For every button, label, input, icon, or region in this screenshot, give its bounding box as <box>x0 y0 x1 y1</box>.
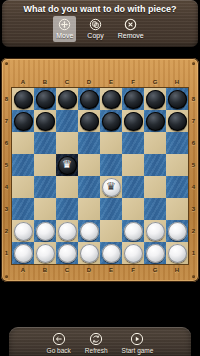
file-label: B <box>34 78 56 86</box>
toolbar: Go back Refresh Start game <box>9 327 191 356</box>
square-b2[interactable] <box>34 220 56 242</box>
file-label: H <box>166 266 188 274</box>
square-g2[interactable] <box>144 220 166 242</box>
square-h8[interactable] <box>166 88 188 110</box>
black-man-piece[interactable] <box>146 90 165 109</box>
checkers-board: ABCDEFGH 87654321 ♛♛ 87654321 ABCDEFGH <box>1 58 199 282</box>
black-man-piece[interactable] <box>80 112 99 131</box>
square-a3[interactable] <box>12 198 34 220</box>
square-b4[interactable] <box>34 176 56 198</box>
nail-top-right <box>192 62 195 65</box>
rank-labels-right: 87654321 <box>188 88 199 264</box>
rank-label: 4 <box>188 176 199 198</box>
square-d2[interactable] <box>78 220 100 242</box>
square-h5[interactable] <box>166 154 188 176</box>
black-king-piece[interactable]: ♛ <box>58 156 77 175</box>
square-h2[interactable] <box>166 220 188 242</box>
square-d7[interactable] <box>78 110 100 132</box>
square-e6[interactable] <box>100 132 122 154</box>
square-b7[interactable] <box>34 110 56 132</box>
square-b3[interactable] <box>34 198 56 220</box>
square-c7[interactable] <box>56 110 78 132</box>
board-squares: ♛♛ <box>12 88 188 264</box>
square-d6[interactable] <box>78 132 100 154</box>
square-g5[interactable] <box>144 154 166 176</box>
move-icon <box>58 18 71 31</box>
nail-top-left <box>5 62 8 65</box>
king-crown-icon: ♛ <box>62 159 72 170</box>
black-man-piece[interactable] <box>146 112 165 131</box>
square-c5[interactable]: ♛ <box>56 154 78 176</box>
play-icon <box>130 332 144 346</box>
rank-label: 6 <box>188 132 199 154</box>
square-a4[interactable] <box>12 176 34 198</box>
square-c3[interactable] <box>56 198 78 220</box>
checkers-app-screen: What do you want to do with piece? Move … <box>0 0 200 356</box>
square-h3[interactable] <box>166 198 188 220</box>
piece-action-dialog: What do you want to do with piece? Move … <box>2 0 198 47</box>
file-label: D <box>78 78 100 86</box>
copy-button-label: Copy <box>87 32 103 39</box>
square-f6[interactable] <box>122 132 144 154</box>
square-b6[interactable] <box>34 132 56 154</box>
start-game-label: Start game <box>122 347 154 354</box>
move-button[interactable]: Move <box>53 16 76 42</box>
file-label: C <box>56 266 78 274</box>
file-labels-top: ABCDEFGH <box>12 78 188 86</box>
square-f7[interactable] <box>122 110 144 132</box>
rank-label: 5 <box>188 154 199 176</box>
file-label: G <box>144 266 166 274</box>
black-man-piece[interactable] <box>102 112 121 131</box>
square-a5[interactable] <box>12 154 34 176</box>
refresh-button[interactable]: Refresh <box>85 332 108 354</box>
square-e7[interactable] <box>100 110 122 132</box>
square-e2[interactable] <box>100 220 122 242</box>
black-man-piece[interactable] <box>36 112 55 131</box>
square-g6[interactable] <box>144 132 166 154</box>
file-label: G <box>144 78 166 86</box>
square-e8[interactable] <box>100 88 122 110</box>
file-label: B <box>34 266 56 274</box>
white-man-piece[interactable] <box>36 244 55 263</box>
black-man-piece[interactable] <box>124 90 143 109</box>
white-man-piece[interactable] <box>146 244 165 263</box>
nail-bottom-left <box>5 275 8 278</box>
dialog-actions: Move Copy Remove <box>2 16 198 42</box>
square-f5[interactable] <box>122 154 144 176</box>
square-c8[interactable] <box>56 88 78 110</box>
square-g7[interactable] <box>144 110 166 132</box>
white-man-piece[interactable] <box>58 244 77 263</box>
rank-label: 8 <box>1 88 12 110</box>
file-label: A <box>12 78 34 86</box>
square-f4[interactable] <box>122 176 144 198</box>
square-a7[interactable] <box>12 110 34 132</box>
file-labels-bottom: ABCDEFGH <box>12 266 188 274</box>
white-man-piece[interactable] <box>80 244 99 263</box>
file-label: E <box>100 78 122 86</box>
rank-label: 3 <box>1 198 12 220</box>
square-f2[interactable] <box>122 220 144 242</box>
black-man-piece[interactable] <box>14 90 33 109</box>
black-man-piece[interactable] <box>168 112 187 131</box>
square-g8[interactable] <box>144 88 166 110</box>
black-man-piece[interactable] <box>36 90 55 109</box>
square-c6[interactable] <box>56 132 78 154</box>
square-d3[interactable] <box>78 198 100 220</box>
nail-bottom-right <box>192 275 195 278</box>
start-game-button[interactable]: Start game <box>122 332 154 354</box>
white-man-piece[interactable] <box>102 244 121 263</box>
white-man-piece[interactable] <box>58 222 77 241</box>
copy-icon <box>89 18 102 31</box>
white-man-piece[interactable] <box>168 244 187 263</box>
black-man-piece[interactable] <box>58 90 77 109</box>
square-a8[interactable] <box>12 88 34 110</box>
square-a6[interactable] <box>12 132 34 154</box>
white-man-piece[interactable] <box>124 222 143 241</box>
square-h7[interactable] <box>166 110 188 132</box>
copy-button[interactable]: Copy <box>84 16 106 42</box>
back-arrow-icon <box>52 332 66 346</box>
file-label: C <box>56 78 78 86</box>
go-back-button[interactable]: Go back <box>47 332 71 354</box>
rank-label: 6 <box>1 132 12 154</box>
square-f3[interactable] <box>122 198 144 220</box>
black-man-piece[interactable] <box>80 90 99 109</box>
square-h4[interactable] <box>166 176 188 198</box>
rank-label: 2 <box>188 220 199 242</box>
black-man-piece[interactable] <box>102 90 121 109</box>
remove-icon <box>124 18 137 31</box>
file-label: F <box>122 266 144 274</box>
file-label: D <box>78 266 100 274</box>
go-back-label: Go back <box>47 347 71 354</box>
rank-label: 7 <box>1 110 12 132</box>
square-c1[interactable] <box>56 242 78 264</box>
black-man-piece[interactable] <box>168 90 187 109</box>
bottom-toolbar-panel: Go back Refresh Start game <box>9 327 191 356</box>
rank-label: 5 <box>1 154 12 176</box>
square-d5[interactable] <box>78 154 100 176</box>
refresh-label: Refresh <box>85 347 108 354</box>
square-e1[interactable] <box>100 242 122 264</box>
rank-label: 8 <box>188 88 199 110</box>
square-d4[interactable] <box>78 176 100 198</box>
rank-label: 2 <box>1 220 12 242</box>
square-h6[interactable] <box>166 132 188 154</box>
black-man-piece[interactable] <box>14 112 33 131</box>
rank-label: 1 <box>1 242 12 264</box>
white-man-piece[interactable] <box>124 244 143 263</box>
dialog-title: What do you want to do with piece? <box>2 0 198 14</box>
square-e4[interactable]: ♛ <box>100 176 122 198</box>
black-man-piece[interactable] <box>124 112 143 131</box>
square-b1[interactable] <box>34 242 56 264</box>
white-man-piece[interactable] <box>146 222 165 241</box>
white-man-piece[interactable] <box>80 222 99 241</box>
square-g3[interactable] <box>144 198 166 220</box>
square-d1[interactable] <box>78 242 100 264</box>
square-e5[interactable] <box>100 154 122 176</box>
file-label: F <box>122 78 144 86</box>
rank-label: 7 <box>188 110 199 132</box>
king-crown-icon: ♛ <box>106 181 116 192</box>
square-g1[interactable] <box>144 242 166 264</box>
square-b8[interactable] <box>34 88 56 110</box>
rank-labels-left: 87654321 <box>1 88 12 264</box>
file-label: E <box>100 266 122 274</box>
refresh-icon <box>89 332 103 346</box>
rank-label: 1 <box>188 242 199 264</box>
white-king-piece[interactable]: ♛ <box>102 178 121 197</box>
square-d8[interactable] <box>78 88 100 110</box>
square-a1[interactable] <box>12 242 34 264</box>
square-c2[interactable] <box>56 220 78 242</box>
white-man-piece[interactable] <box>168 222 187 241</box>
square-f8[interactable] <box>122 88 144 110</box>
remove-button[interactable]: Remove <box>115 16 147 42</box>
square-a2[interactable] <box>12 220 34 242</box>
white-man-piece[interactable] <box>14 222 33 241</box>
square-b5[interactable] <box>34 154 56 176</box>
white-man-piece[interactable] <box>36 222 55 241</box>
move-button-label: Move <box>56 32 73 39</box>
white-man-piece[interactable] <box>14 244 33 263</box>
rank-label: 3 <box>188 198 199 220</box>
square-g4[interactable] <box>144 176 166 198</box>
file-label: A <box>12 266 34 274</box>
square-c4[interactable] <box>56 176 78 198</box>
remove-button-label: Remove <box>118 32 144 39</box>
square-e3[interactable] <box>100 198 122 220</box>
square-f1[interactable] <box>122 242 144 264</box>
rank-label: 4 <box>1 176 12 198</box>
square-h1[interactable] <box>166 242 188 264</box>
file-label: H <box>166 78 188 86</box>
